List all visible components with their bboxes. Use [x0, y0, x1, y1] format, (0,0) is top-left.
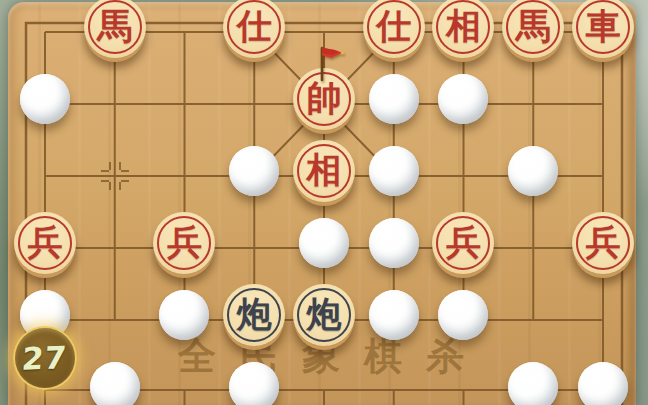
piece-glyph: 兵: [27, 225, 62, 260]
piece-glyph: 兵: [167, 225, 202, 260]
piece-glyph: 仕: [237, 9, 272, 44]
board-point-7-0: 馬: [498, 0, 568, 68]
piece-glyph: 車: [585, 9, 620, 44]
board-point-5-1: [359, 68, 429, 140]
piece-glyph: 馬: [97, 9, 132, 44]
board-point-8-3: 兵: [568, 212, 638, 284]
piece-hidden[interactable]: [438, 290, 488, 340]
piece-hidden[interactable]: [299, 218, 349, 268]
piece-glyph: 相: [446, 9, 481, 44]
board-point-6-0: 相: [429, 0, 499, 68]
board-point-4-1: 帥: [289, 68, 359, 140]
cannon-point-marker: [101, 162, 129, 190]
board-point-2-3: 兵: [150, 212, 220, 284]
board-point-1-0: 馬: [80, 0, 150, 68]
piece-glyph: 馬: [516, 9, 551, 44]
piece-hidden[interactable]: [508, 146, 558, 196]
piece-red-general[interactable]: 帥: [293, 68, 355, 130]
board-point-3-5: [219, 356, 289, 405]
piece-red-soldier[interactable]: 兵: [432, 212, 494, 274]
piece-red-advisor[interactable]: 仕: [223, 0, 285, 58]
piece-hidden[interactable]: [229, 146, 279, 196]
piece-hidden[interactable]: [229, 362, 279, 405]
piece-black-cannon[interactable]: 炮: [223, 284, 285, 346]
board-point-7-2: [498, 140, 568, 212]
piece-red-soldier[interactable]: 兵: [14, 212, 76, 274]
piece-hidden[interactable]: [369, 74, 419, 124]
piece-red-elephant[interactable]: 相: [432, 0, 494, 58]
piece-hidden[interactable]: [578, 362, 628, 405]
piece-red-elephant[interactable]: 相: [293, 140, 355, 202]
piece-hidden[interactable]: [508, 362, 558, 405]
board-point-3-2: [219, 140, 289, 212]
board-point-1-5: [80, 356, 150, 405]
piece-hidden[interactable]: [369, 218, 419, 268]
board-point-8-5: [568, 356, 638, 405]
board-intersection-grid[interactable]: 馬仕仕相馬車帥相兵兵兵兵炮炮: [10, 0, 638, 405]
piece-hidden[interactable]: [159, 290, 209, 340]
board-point-3-4: 炮: [219, 284, 289, 356]
piece-red-horse[interactable]: 馬: [502, 0, 564, 58]
piece-glyph: 相: [306, 153, 341, 188]
piece-glyph: 炮: [237, 297, 272, 332]
board-point-6-3: 兵: [429, 212, 499, 284]
piece-glyph: 兵: [585, 225, 620, 260]
board-point-0-1: [10, 68, 80, 140]
piece-red-soldier[interactable]: 兵: [153, 212, 215, 274]
piece-glyph: 兵: [446, 225, 481, 260]
piece-hidden[interactable]: [369, 146, 419, 196]
piece-black-cannon[interactable]: 炮: [293, 284, 355, 346]
move-counter-badge: 27: [13, 326, 77, 390]
board-point-0-3: 兵: [10, 212, 80, 284]
piece-glyph: 帥: [306, 81, 341, 116]
piece-hidden[interactable]: [438, 74, 488, 124]
board-point-4-3: [289, 212, 359, 284]
board-point-8-0: 車: [568, 0, 638, 68]
board-point-2-4: [150, 284, 220, 356]
board-point-4-4: 炮: [289, 284, 359, 356]
piece-red-soldier[interactable]: 兵: [572, 212, 634, 274]
piece-hidden[interactable]: [369, 290, 419, 340]
piece-glyph: 仕: [376, 9, 411, 44]
board-point-5-3: [359, 212, 429, 284]
move-counter-value: 27: [21, 339, 69, 377]
board-point-3-0: 仕: [219, 0, 289, 68]
board-point-6-4: [429, 284, 499, 356]
board-point-5-2: [359, 140, 429, 212]
board-point-4-2: 相: [289, 140, 359, 212]
board-point-6-1: [429, 68, 499, 140]
board-point-5-4: [359, 284, 429, 356]
piece-glyph: 炮: [306, 297, 341, 332]
piece-hidden[interactable]: [90, 362, 140, 405]
board-point-5-0: 仕: [359, 0, 429, 68]
board-point-7-5: [498, 356, 568, 405]
piece-red-horse[interactable]: 馬: [84, 0, 146, 58]
piece-hidden[interactable]: [20, 74, 70, 124]
piece-red-chariot[interactable]: 車: [572, 0, 634, 58]
piece-red-advisor[interactable]: 仕: [363, 0, 425, 58]
